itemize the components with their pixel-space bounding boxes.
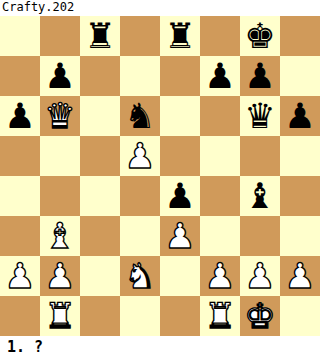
piece-white-pawn[interactable]: ♟ <box>164 216 195 256</box>
piece-black-knight[interactable]: ♞ <box>124 96 155 136</box>
square-h1[interactable] <box>280 296 320 336</box>
square-f7[interactable]: ♟ <box>200 56 240 96</box>
square-a7[interactable] <box>0 56 40 96</box>
square-a8[interactable] <box>0 16 40 56</box>
square-b5[interactable] <box>40 136 80 176</box>
square-g2[interactable]: ♟ <box>240 256 280 296</box>
square-a1[interactable] <box>0 296 40 336</box>
square-e7[interactable] <box>160 56 200 96</box>
square-a6[interactable]: ♟ <box>0 96 40 136</box>
square-d3[interactable] <box>120 216 160 256</box>
square-h8[interactable] <box>280 16 320 56</box>
square-h3[interactable] <box>280 216 320 256</box>
square-f8[interactable] <box>200 16 240 56</box>
square-d4[interactable] <box>120 176 160 216</box>
square-b6[interactable]: ♛ <box>40 96 80 136</box>
square-c1[interactable] <box>80 296 120 336</box>
square-c6[interactable] <box>80 96 120 136</box>
piece-white-rook[interactable]: ♜ <box>204 296 235 336</box>
crafty-window: Crafty.202 ♜♜♚♟♟♟♟♛♞♛♟♟♟♝♝♟♟♟♞♟♟♟♜♜♚ 1. … <box>0 0 320 360</box>
square-d7[interactable] <box>120 56 160 96</box>
square-g7[interactable]: ♟ <box>240 56 280 96</box>
piece-white-pawn[interactable]: ♟ <box>244 256 275 296</box>
square-f4[interactable] <box>200 176 240 216</box>
piece-white-pawn[interactable]: ♟ <box>204 256 235 296</box>
chess-board: ♜♜♚♟♟♟♟♛♞♛♟♟♟♝♝♟♟♟♞♟♟♟♜♜♚ <box>0 16 320 336</box>
square-c4[interactable] <box>80 176 120 216</box>
square-g6[interactable]: ♛ <box>240 96 280 136</box>
piece-white-bishop[interactable]: ♝ <box>44 216 75 256</box>
piece-black-pawn[interactable]: ♟ <box>244 56 275 96</box>
piece-white-king[interactable]: ♚ <box>244 296 275 336</box>
square-f2[interactable]: ♟ <box>200 256 240 296</box>
square-e3[interactable]: ♟ <box>160 216 200 256</box>
piece-black-pawn[interactable]: ♟ <box>4 96 35 136</box>
piece-white-knight[interactable]: ♞ <box>124 256 155 296</box>
piece-black-bishop[interactable]: ♝ <box>244 176 275 216</box>
piece-white-pawn[interactable]: ♟ <box>124 136 155 176</box>
square-g5[interactable] <box>240 136 280 176</box>
square-b1[interactable]: ♜ <box>40 296 80 336</box>
square-e1[interactable] <box>160 296 200 336</box>
square-a3[interactable] <box>0 216 40 256</box>
square-d1[interactable] <box>120 296 160 336</box>
square-d8[interactable] <box>120 16 160 56</box>
piece-black-pawn[interactable]: ♟ <box>284 96 315 136</box>
square-g1[interactable]: ♚ <box>240 296 280 336</box>
piece-white-pawn[interactable]: ♟ <box>4 256 35 296</box>
piece-black-rook[interactable]: ♜ <box>164 16 195 56</box>
square-c2[interactable] <box>80 256 120 296</box>
square-a2[interactable]: ♟ <box>0 256 40 296</box>
square-h6[interactable]: ♟ <box>280 96 320 136</box>
move-status: 1. ? <box>0 336 320 360</box>
piece-white-pawn[interactable]: ♟ <box>44 256 75 296</box>
square-c3[interactable] <box>80 216 120 256</box>
square-d6[interactable]: ♞ <box>120 96 160 136</box>
square-e5[interactable] <box>160 136 200 176</box>
square-b7[interactable]: ♟ <box>40 56 80 96</box>
square-h2[interactable]: ♟ <box>280 256 320 296</box>
square-g3[interactable] <box>240 216 280 256</box>
square-f3[interactable] <box>200 216 240 256</box>
piece-black-queen[interactable]: ♛ <box>244 96 275 136</box>
square-b4[interactable] <box>40 176 80 216</box>
square-b8[interactable] <box>40 16 80 56</box>
square-d5[interactable]: ♟ <box>120 136 160 176</box>
square-h4[interactable] <box>280 176 320 216</box>
square-g8[interactable]: ♚ <box>240 16 280 56</box>
square-d2[interactable]: ♞ <box>120 256 160 296</box>
window-title: Crafty.202 <box>0 0 320 16</box>
square-b2[interactable]: ♟ <box>40 256 80 296</box>
square-e2[interactable] <box>160 256 200 296</box>
square-h5[interactable] <box>280 136 320 176</box>
square-e6[interactable] <box>160 96 200 136</box>
piece-white-queen[interactable]: ♛ <box>44 96 75 136</box>
square-h7[interactable] <box>280 56 320 96</box>
square-c8[interactable]: ♜ <box>80 16 120 56</box>
square-f5[interactable] <box>200 136 240 176</box>
square-e8[interactable]: ♜ <box>160 16 200 56</box>
piece-white-pawn[interactable]: ♟ <box>284 256 315 296</box>
square-c7[interactable] <box>80 56 120 96</box>
piece-black-pawn[interactable]: ♟ <box>164 176 195 216</box>
square-a5[interactable] <box>0 136 40 176</box>
piece-black-king[interactable]: ♚ <box>244 16 275 56</box>
piece-white-rook[interactable]: ♜ <box>44 296 75 336</box>
square-f6[interactable] <box>200 96 240 136</box>
square-c5[interactable] <box>80 136 120 176</box>
square-e4[interactable]: ♟ <box>160 176 200 216</box>
square-a4[interactable] <box>0 176 40 216</box>
piece-black-rook[interactable]: ♜ <box>84 16 115 56</box>
piece-black-pawn[interactable]: ♟ <box>44 56 75 96</box>
piece-black-pawn[interactable]: ♟ <box>204 56 235 96</box>
square-f1[interactable]: ♜ <box>200 296 240 336</box>
square-b3[interactable]: ♝ <box>40 216 80 256</box>
square-g4[interactable]: ♝ <box>240 176 280 216</box>
